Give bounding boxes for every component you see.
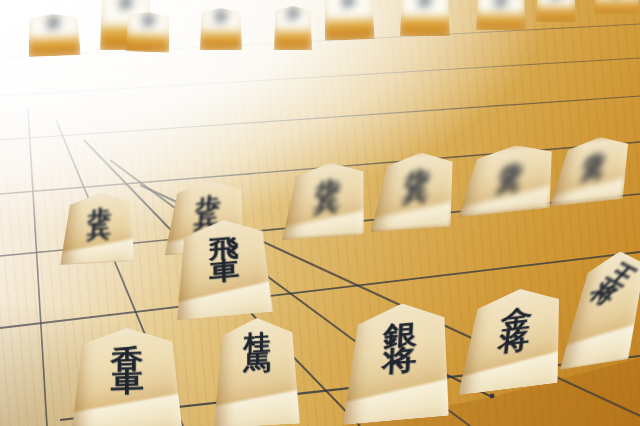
piece-kanji: 香車: [111, 347, 144, 396]
piece-kanji: 歩兵: [401, 169, 432, 205]
kanji-char: 歩: [495, 0, 508, 7]
piece-kanji: 歩: [142, 14, 154, 25]
kanji-char: 兵: [313, 196, 341, 215]
piece-kanji: 歩: [342, 0, 355, 7]
piece-gote-blur-10[interactable]: 歩: [594, 0, 640, 14]
kanji-char: 馬: [244, 352, 271, 373]
kanji-char: 将: [586, 280, 621, 308]
kanji-char: 兵: [495, 178, 522, 195]
piece-gote-blur-4[interactable]: 歩: [200, 8, 242, 50]
kanji-char: 歩: [142, 14, 154, 25]
kanji-char: 歩: [215, 11, 227, 22]
piece-kanji: 歩兵: [86, 207, 112, 240]
grid-line: [28, 110, 47, 426]
piece-kanji: 歩: [215, 11, 227, 22]
kanji-char: 歩: [47, 17, 60, 29]
piece-gote-blur-9[interactable]: 歩: [536, 0, 576, 22]
piece-gote-blur-6[interactable]: 歩: [323, 0, 375, 41]
piece-gote-blur-5[interactable]: 歩: [274, 6, 312, 50]
kanji-char: 歩: [120, 0, 133, 9]
piece-kanji: 歩兵: [313, 179, 342, 215]
kanji-char: 車: [209, 258, 239, 283]
hoshi-dot: [490, 394, 495, 399]
kanji-char: 兵: [401, 186, 429, 205]
piece-gote-blur-3[interactable]: 歩: [125, 11, 170, 53]
piece-kanji: 飛車: [209, 236, 240, 283]
shogi-board-photo: 歩歩歩歩歩歩歩歩歩歩歩兵歩兵歩兵歩兵歩兵歩兵飛車香車桂馬銀将金将王将: [0, 0, 640, 426]
piece-kanji: 歩: [419, 0, 432, 7]
piece-kanji: 銀将: [381, 321, 418, 374]
piece-gote-blur-7[interactable]: 歩: [400, 0, 450, 36]
piece-kanji: 王将: [586, 262, 639, 308]
grid-line: [0, 58, 640, 96]
piece-kanji: 歩: [287, 8, 299, 19]
kanji-char: 兵: [580, 166, 605, 182]
grid-line: [0, 24, 640, 58]
kanji-char: 将: [497, 328, 530, 354]
kanji-char: 兵: [86, 223, 111, 240]
piece-kanji: 金将: [497, 307, 533, 355]
kanji-char: 歩: [419, 0, 432, 7]
piece-kanji: 歩: [47, 17, 60, 29]
kanji-char: 歩: [342, 0, 355, 7]
piece-kanji: 歩兵: [495, 163, 524, 195]
piece-kanji: 歩: [495, 0, 508, 7]
piece-kanji: 桂馬: [244, 333, 271, 374]
kanji-char: 歩: [287, 8, 299, 19]
piece-gote-blur-8[interactable]: 歩: [476, 0, 526, 30]
piece-kanji: 歩兵: [580, 152, 608, 182]
kanji-char: 車: [111, 371, 144, 396]
kanji-char: 将: [381, 346, 416, 374]
piece-kanji: 歩: [120, 0, 133, 9]
piece-gote-blur-1[interactable]: 歩: [27, 13, 80, 57]
grid-line: [0, 96, 640, 140]
